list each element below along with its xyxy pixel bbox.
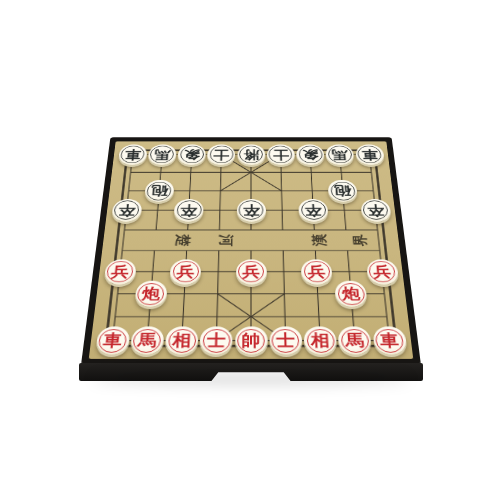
piece-red-f8r9[interactable]: 車 (372, 327, 407, 355)
piece-glyph: 卒 (180, 204, 197, 217)
piece-glyph: 士 (213, 148, 229, 160)
piece-black-f1r0[interactable]: 馬 (147, 144, 176, 165)
board-surface: 楚 河 漢 界 車馬象士將士象馬車砲砲卒卒卒卒卒兵兵兵兵兵炮炮車馬相士帥士相馬車 (89, 141, 413, 358)
xiangqi-board-scene: 楚 河 漢 界 車馬象士將士象馬車砲砲卒卒卒卒卒兵兵兵兵兵炮炮車馬相士帥士相馬車 (81, 137, 421, 365)
piece-red-f0r6[interactable]: 兵 (103, 259, 136, 284)
drop-shadow (92, 374, 410, 384)
piece-glyph: 車 (124, 148, 141, 160)
piece-glyph: 士 (276, 332, 295, 348)
piece-glyph: 馬 (154, 148, 171, 160)
piece-glyph: 士 (207, 332, 226, 348)
piece-black-f2r0[interactable]: 象 (177, 144, 206, 165)
piece-black-f1r2[interactable]: 砲 (144, 180, 174, 202)
product-photo: 楚 河 漢 界 車馬象士將士象馬車砲砲卒卒卒卒卒兵兵兵兵兵炮炮車馬相士帥士相馬車 (0, 0, 500, 500)
piece-glyph: 炮 (141, 286, 160, 301)
piece-black-f4r0[interactable]: 將 (237, 144, 265, 165)
piece-glyph: 馬 (137, 332, 157, 348)
piece-red-f7r9[interactable]: 馬 (338, 327, 373, 355)
piece-glyph: 兵 (372, 265, 391, 279)
piece-black-f7r2[interactable]: 砲 (328, 180, 358, 202)
piece-glyph: 將 (243, 148, 259, 160)
piece-red-f2r9[interactable]: 相 (165, 327, 199, 355)
piece-glyph: 馬 (345, 332, 365, 348)
piece-black-f8r3[interactable]: 卒 (360, 199, 392, 222)
piece-glyph: 兵 (110, 265, 129, 279)
piece-glyph: 炮 (342, 286, 361, 301)
piece-glyph: 砲 (334, 185, 352, 198)
piece-glyph: 卒 (366, 204, 384, 217)
piece-glyph: 象 (302, 148, 319, 160)
piece-black-f8r0[interactable]: 車 (355, 144, 385, 165)
piece-glyph: 卒 (117, 204, 135, 217)
piece-glyph: 兵 (176, 265, 194, 279)
piece-glyph: 帥 (242, 332, 261, 348)
piece-black-f6r0[interactable]: 象 (296, 144, 325, 165)
piece-black-f4r3[interactable]: 卒 (236, 199, 265, 222)
piece-glyph: 兵 (307, 265, 325, 279)
piece-glyph: 車 (361, 148, 378, 160)
piece-black-f0r3[interactable]: 卒 (111, 199, 143, 222)
piece-red-f4r9[interactable]: 帥 (235, 327, 268, 355)
piece-red-f5r9[interactable]: 士 (269, 327, 302, 355)
piece-glyph: 兵 (242, 265, 260, 279)
piece-red-f1r7[interactable]: 炮 (134, 281, 167, 307)
piece-glyph: 士 (273, 148, 289, 160)
piece-red-f3r9[interactable]: 士 (200, 327, 233, 355)
piece-glyph: 相 (172, 332, 192, 348)
piece-red-f4r6[interactable]: 兵 (236, 259, 267, 284)
piece-glyph: 相 (310, 332, 330, 348)
piece-glyph: 車 (102, 332, 122, 348)
piece-red-f6r6[interactable]: 兵 (301, 259, 333, 284)
piece-red-f2r6[interactable]: 兵 (169, 259, 201, 284)
magnetic-case-frame: 楚 河 漢 界 車馬象士將士象馬車砲砲卒卒卒卒卒兵兵兵兵兵炮炮車馬相士帥士相馬車 (81, 137, 421, 365)
piece-glyph: 象 (183, 148, 200, 160)
piece-red-f0r9[interactable]: 車 (95, 327, 130, 355)
piece-black-f0r0[interactable]: 車 (117, 144, 147, 165)
piece-red-f8r6[interactable]: 兵 (366, 259, 399, 284)
piece-glyph: 馬 (331, 148, 348, 160)
piece-black-f5r0[interactable]: 士 (267, 144, 295, 165)
piece-red-f7r7[interactable]: 炮 (335, 281, 368, 307)
piece-glyph: 卒 (305, 204, 322, 217)
pieces-layer: 車馬象士將士象馬車砲砲卒卒卒卒卒兵兵兵兵兵炮炮車馬相士帥士相馬車 (89, 141, 413, 358)
piece-glyph: 車 (379, 332, 399, 348)
piece-glyph: 砲 (150, 185, 168, 198)
piece-red-f6r9[interactable]: 相 (303, 327, 337, 355)
piece-red-f1r9[interactable]: 馬 (130, 327, 165, 355)
piece-black-f2r3[interactable]: 卒 (173, 199, 203, 222)
piece-black-f6r3[interactable]: 卒 (298, 199, 328, 222)
piece-glyph: 卒 (243, 204, 260, 217)
piece-black-f7r0[interactable]: 馬 (325, 144, 354, 165)
piece-black-f3r0[interactable]: 士 (207, 144, 235, 165)
